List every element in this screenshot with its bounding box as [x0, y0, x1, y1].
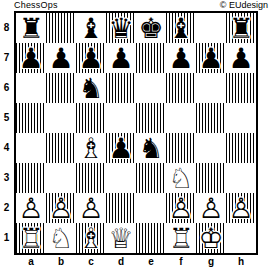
white-pawn: ♟♙	[46, 193, 76, 223]
white-pawn: ♟♙	[76, 193, 106, 223]
white-knight: ♞♘	[46, 223, 76, 253]
black-pawn: ♟	[106, 133, 136, 163]
black-pawn: ♟	[106, 43, 136, 73]
rank-label-1: 1	[0, 223, 13, 253]
square-h1[interactable]	[226, 223, 256, 253]
square-a8[interactable]: ♜	[16, 13, 46, 43]
square-d7[interactable]: ♟	[106, 43, 136, 73]
file-label-h: h	[226, 255, 256, 268]
square-h6[interactable]	[226, 73, 256, 103]
app-title: ChessOps	[14, 0, 58, 10]
square-c5[interactable]	[76, 103, 106, 133]
black-pawn: ♟	[166, 43, 196, 73]
square-c1[interactable]: ♝♗	[76, 223, 106, 253]
square-e8[interactable]: ♚	[136, 13, 166, 43]
white-rook: ♜♖	[16, 223, 46, 253]
square-e5[interactable]	[136, 103, 166, 133]
square-d3[interactable]	[106, 163, 136, 193]
file-label-a: a	[16, 255, 46, 268]
square-g7[interactable]: ♟	[196, 43, 226, 73]
black-bishop: ♝	[76, 13, 106, 43]
square-f1[interactable]: ♜♖	[166, 223, 196, 253]
black-pawn: ♟	[76, 43, 106, 73]
black-knight: ♞	[136, 133, 166, 163]
square-g3[interactable]	[196, 163, 226, 193]
file-label-c: c	[76, 255, 106, 268]
square-a2[interactable]: ♟♙	[16, 193, 46, 223]
rank-label-4: 4	[0, 133, 13, 163]
square-h7[interactable]: ♟	[226, 43, 256, 73]
rank-label-7: 7	[0, 43, 13, 73]
square-b8[interactable]	[46, 13, 76, 43]
square-c2[interactable]: ♟♙	[76, 193, 106, 223]
square-c8[interactable]: ♝	[76, 13, 106, 43]
black-pawn: ♟	[196, 43, 226, 73]
black-pawn: ♟	[46, 43, 76, 73]
square-d4[interactable]: ♟	[106, 133, 136, 163]
square-h5[interactable]	[226, 103, 256, 133]
square-f4[interactable]	[166, 133, 196, 163]
file-label-f: f	[166, 255, 196, 268]
black-king: ♚	[136, 13, 166, 43]
black-bishop: ♝	[166, 13, 196, 43]
square-f8[interactable]: ♝	[166, 13, 196, 43]
square-g5[interactable]	[196, 103, 226, 133]
white-king: ♚♔	[196, 223, 226, 253]
file-label-g: g	[196, 255, 226, 268]
square-g6[interactable]	[196, 73, 226, 103]
black-knight: ♞	[76, 73, 106, 103]
square-d1[interactable]: ♛♕	[106, 223, 136, 253]
rank-label-8: 8	[0, 13, 13, 43]
square-f2[interactable]: ♟♙	[166, 193, 196, 223]
square-b1[interactable]: ♞♘	[46, 223, 76, 253]
square-g8[interactable]	[196, 13, 226, 43]
rank-label-2: 2	[0, 193, 13, 223]
credit-label: © EUdesign	[220, 0, 268, 10]
white-queen: ♛♕	[106, 223, 136, 253]
square-b6[interactable]	[46, 73, 76, 103]
rank-label-6: 6	[0, 73, 13, 103]
square-b3[interactable]	[46, 163, 76, 193]
square-b7[interactable]: ♟	[46, 43, 76, 73]
white-pawn: ♟♙	[166, 193, 196, 223]
white-knight: ♞♘	[166, 163, 196, 193]
square-c6[interactable]: ♞	[76, 73, 106, 103]
square-c4[interactable]: ♝♗	[76, 133, 106, 163]
square-d6[interactable]	[106, 73, 136, 103]
square-a5[interactable]	[16, 103, 46, 133]
square-b4[interactable]	[46, 133, 76, 163]
square-e4[interactable]: ♞	[136, 133, 166, 163]
chess-board: ♜♝♛♚♝♜♟♟♟♟♟♟♟♞♝♗♟♞♞♘♟♙♟♙♟♙♟♙♟♙♟♙♜♖♞♘♝♗♛♕…	[14, 11, 258, 255]
square-a7[interactable]: ♟	[16, 43, 46, 73]
square-b2[interactable]: ♟♙	[46, 193, 76, 223]
square-c7[interactable]: ♟	[76, 43, 106, 73]
square-h4[interactable]	[226, 133, 256, 163]
black-rook: ♜	[226, 13, 256, 43]
rank-label-3: 3	[0, 163, 13, 193]
square-h2[interactable]: ♟♙	[226, 193, 256, 223]
black-rook: ♜	[16, 13, 46, 43]
square-a3[interactable]	[16, 163, 46, 193]
square-e7[interactable]	[136, 43, 166, 73]
square-a1[interactable]: ♜♖	[16, 223, 46, 253]
square-f5[interactable]	[166, 103, 196, 133]
square-e6[interactable]	[136, 73, 166, 103]
square-e1[interactable]	[136, 223, 166, 253]
square-e2[interactable]	[136, 193, 166, 223]
white-pawn: ♟♙	[226, 193, 256, 223]
white-rook: ♜♖	[166, 223, 196, 253]
white-bishop: ♝♗	[76, 223, 106, 253]
black-pawn: ♟	[16, 43, 46, 73]
square-f7[interactable]: ♟	[166, 43, 196, 73]
white-pawn: ♟♙	[16, 193, 46, 223]
square-f3[interactable]: ♞♘	[166, 163, 196, 193]
square-g4[interactable]	[196, 133, 226, 163]
square-g1[interactable]: ♚♔	[196, 223, 226, 253]
square-d8[interactable]: ♛	[106, 13, 136, 43]
square-a6[interactable]	[16, 73, 46, 103]
rank-label-5: 5	[0, 103, 13, 133]
chess-app-window: ChessOps © EUdesign ♜♝♛♚♝♜♟♟♟♟♟♟♟♞♝♗♟♞♞♘…	[0, 0, 270, 270]
file-label-e: e	[136, 255, 166, 268]
white-bishop: ♝♗	[76, 133, 106, 163]
square-b5[interactable]	[46, 103, 76, 133]
square-h8[interactable]: ♜	[226, 13, 256, 43]
square-a4[interactable]	[16, 133, 46, 163]
black-queen: ♛	[106, 13, 136, 43]
file-label-d: d	[106, 255, 136, 268]
file-label-b: b	[46, 255, 76, 268]
square-h3[interactable]	[226, 163, 256, 193]
square-d2[interactable]	[106, 193, 136, 223]
white-pawn: ♟♙	[196, 193, 226, 223]
square-f6[interactable]	[166, 73, 196, 103]
square-e3[interactable]	[136, 163, 166, 193]
square-g2[interactable]: ♟♙	[196, 193, 226, 223]
square-d5[interactable]	[106, 103, 136, 133]
black-pawn: ♟	[226, 43, 256, 73]
square-c3[interactable]	[76, 163, 106, 193]
